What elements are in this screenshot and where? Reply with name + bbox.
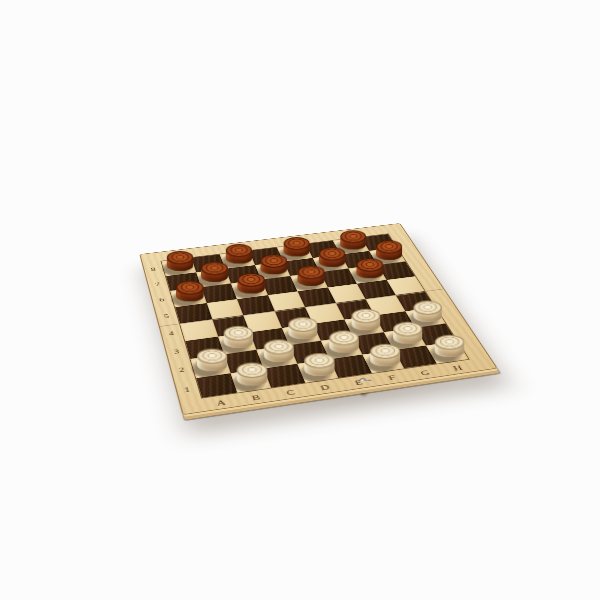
file-label-h: H xyxy=(439,362,476,373)
square-a6 xyxy=(170,287,206,307)
file-label-d: D xyxy=(306,381,343,393)
dark-checker-piece-d7 xyxy=(261,254,288,274)
checker-top xyxy=(289,317,318,332)
light-checker-piece-d1 xyxy=(304,353,335,376)
light-checker-piece-c2 xyxy=(263,339,293,362)
light-checker-piece-b1 xyxy=(237,363,268,386)
checker-top xyxy=(283,237,309,250)
light-checker-piece-f3 xyxy=(352,309,381,331)
dark-checker-piece-a8 xyxy=(166,251,193,271)
dark-checker-piece-a6 xyxy=(176,281,204,302)
checker-top xyxy=(356,258,383,271)
light-checker-piece-g2 xyxy=(393,322,422,344)
dark-checker-piece-f7 xyxy=(319,247,346,267)
rank-label-5: 5 xyxy=(162,308,172,325)
light-checker-piece-e2 xyxy=(329,330,359,352)
checker-top xyxy=(263,339,293,354)
checker-top xyxy=(370,344,400,359)
rank-label-7: 7 xyxy=(153,277,162,293)
file-label-g: G xyxy=(406,367,443,379)
file-label-e: E xyxy=(340,376,377,388)
dark-checker-piece-e6 xyxy=(297,265,324,285)
dark-checker-piece-g6 xyxy=(356,258,383,278)
checker-top xyxy=(237,273,264,287)
checker-top xyxy=(224,326,254,341)
checker-top xyxy=(297,265,324,279)
board-scene: ABCDEFGH 12345678 xyxy=(158,160,452,454)
square-b6 xyxy=(201,283,237,302)
file-label-b: B xyxy=(237,391,274,403)
checker-top xyxy=(304,353,335,368)
product-photo-stage: ABCDEFGH 12345678 xyxy=(0,0,600,600)
checker-top xyxy=(261,254,288,267)
rank-label-4: 4 xyxy=(166,325,176,343)
dark-checker-piece-b7 xyxy=(201,262,228,282)
rank-label-1: 1 xyxy=(182,380,193,401)
file-label-c: C xyxy=(272,386,309,398)
checker-top xyxy=(393,322,422,337)
checker-top xyxy=(329,330,359,345)
checker-top xyxy=(225,244,251,257)
checker-top xyxy=(197,348,227,363)
playing-area xyxy=(160,233,469,398)
file-label-a: A xyxy=(202,396,240,408)
rank-label-6: 6 xyxy=(157,292,166,309)
checker-top xyxy=(414,301,443,315)
light-checker-piece-a2 xyxy=(197,348,227,371)
light-checker-piece-h1 xyxy=(435,335,465,357)
rank-label-8: 8 xyxy=(149,262,158,277)
checker-top xyxy=(340,230,366,243)
checker-top xyxy=(201,262,228,276)
light-checker-piece-d3 xyxy=(289,317,318,339)
checker-top xyxy=(319,247,346,260)
checker-top xyxy=(435,335,465,350)
dark-checker-piece-h7 xyxy=(376,240,402,260)
dark-checker-piece-c6 xyxy=(237,273,264,294)
checker-top xyxy=(166,251,193,264)
rank-label-2: 2 xyxy=(176,360,187,380)
dark-checker-piece-c8 xyxy=(225,244,251,264)
light-checker-piece-b3 xyxy=(224,326,254,348)
checkers-board: ABCDEFGH 12345678 xyxy=(139,223,497,415)
checker-top xyxy=(176,281,204,295)
light-checker-piece-f1 xyxy=(370,344,400,367)
checker-top xyxy=(352,309,381,323)
rank-label-3: 3 xyxy=(171,342,181,361)
file-label-f: F xyxy=(373,372,410,384)
light-checker-piece-h3 xyxy=(414,301,443,322)
checker-top xyxy=(376,240,402,253)
checker-top xyxy=(237,363,268,378)
